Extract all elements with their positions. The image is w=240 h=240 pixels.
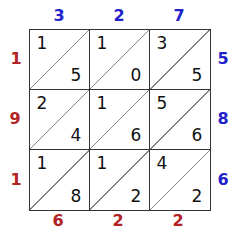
lattice-cell-r3c2: 1 2 xyxy=(90,150,150,210)
cell-units-digit: 2 xyxy=(131,188,142,205)
right-clue-2: 8 xyxy=(217,111,228,127)
cell-units-digit: 2 xyxy=(191,188,202,205)
cell-tens-digit: 1 xyxy=(36,155,47,172)
lattice-cell-r1c1: 1 5 xyxy=(30,30,90,90)
lattice-multiplication-diagram: 3 2 7 1 9 1 5 8 6 6 2 2 1 5 1 0 3 5 2 4 … xyxy=(0,0,240,240)
cell-units-digit: 4 xyxy=(71,127,82,144)
lattice-cell-r3c3: 4 2 xyxy=(150,150,210,210)
cell-units-digit: 0 xyxy=(131,67,142,84)
cell-tens-digit: 1 xyxy=(96,35,107,52)
top-clue-1: 3 xyxy=(53,8,64,24)
left-clue-2: 9 xyxy=(9,111,20,127)
cell-units-digit: 6 xyxy=(131,127,142,144)
cell-units-digit: 5 xyxy=(71,67,82,84)
cell-units-digit: 5 xyxy=(191,67,202,84)
cell-units-digit: 6 xyxy=(191,127,202,144)
lattice-cell-r2c3: 5 6 xyxy=(150,90,210,150)
bottom-clue-2: 2 xyxy=(112,213,123,229)
lattice-cell-r2c1: 2 4 xyxy=(30,90,90,150)
cell-units-digit: 8 xyxy=(71,188,82,205)
cell-tens-digit: 3 xyxy=(157,35,168,52)
right-clue-3: 6 xyxy=(217,172,228,188)
lattice-cell-r3c1: 1 8 xyxy=(30,150,90,210)
cell-tens-digit: 1 xyxy=(96,95,107,112)
lattice-cell-r1c3: 3 5 xyxy=(150,30,210,90)
left-clue-3: 1 xyxy=(10,172,21,188)
top-clue-3: 7 xyxy=(173,8,184,24)
right-clue-1: 5 xyxy=(217,51,228,67)
cell-tens-digit: 4 xyxy=(157,155,168,172)
lattice-cell-r2c2: 1 6 xyxy=(90,90,150,150)
bottom-clue-1: 6 xyxy=(52,213,63,229)
left-clue-1: 1 xyxy=(10,51,21,67)
cell-tens-digit: 1 xyxy=(36,35,47,52)
bottom-clue-3: 2 xyxy=(172,213,183,229)
lattice-cell-r1c2: 1 0 xyxy=(90,30,150,90)
top-clue-2: 2 xyxy=(113,8,124,24)
lattice-board: 1 5 1 0 3 5 2 4 1 6 5 6 1 8 1 2 xyxy=(29,29,211,211)
cell-tens-digit: 5 xyxy=(157,95,168,112)
cell-tens-digit: 2 xyxy=(36,95,47,112)
cell-tens-digit: 1 xyxy=(96,155,107,172)
